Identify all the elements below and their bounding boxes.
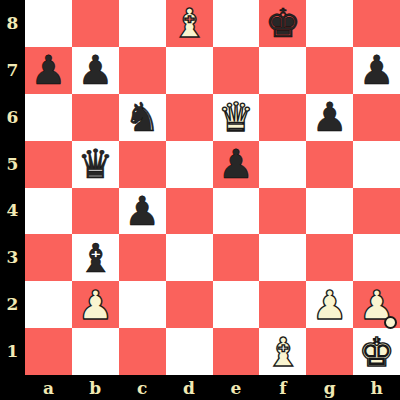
square-b6[interactable] bbox=[72, 94, 119, 141]
rank-label-4: 4 bbox=[0, 188, 25, 235]
square-g6[interactable]: ♟ bbox=[306, 94, 353, 141]
file-label-f: f bbox=[259, 375, 306, 400]
square-e4[interactable] bbox=[213, 188, 260, 235]
piece-black-pawn-g6[interactable]: ♟ bbox=[306, 94, 353, 141]
square-e8[interactable] bbox=[213, 0, 260, 47]
square-g8[interactable] bbox=[306, 0, 353, 47]
square-a6[interactable] bbox=[25, 94, 72, 141]
chess-diagram: 87654321 ♝♚♟♟♟♞♛♟♛♟♟♝♟♟♟♝♚ abcdefgh bbox=[0, 0, 400, 400]
file-label-a: a bbox=[25, 375, 72, 400]
piece-black-pawn-c4[interactable]: ♟ bbox=[119, 188, 166, 235]
piece-black-knight-c6[interactable]: ♞ bbox=[119, 94, 166, 141]
square-f3[interactable] bbox=[259, 234, 306, 281]
square-h3[interactable] bbox=[353, 234, 400, 281]
piece-black-king-f8[interactable]: ♚ bbox=[259, 0, 306, 47]
piece-black-pawn-b7[interactable]: ♟ bbox=[72, 47, 119, 94]
square-h7[interactable]: ♟ bbox=[353, 47, 400, 94]
square-a8[interactable] bbox=[25, 0, 72, 47]
square-e2[interactable] bbox=[213, 281, 260, 328]
square-e6[interactable]: ♛ bbox=[213, 94, 260, 141]
square-b7[interactable]: ♟ bbox=[72, 47, 119, 94]
rank-labels: 87654321 bbox=[0, 0, 25, 375]
square-g5[interactable] bbox=[306, 141, 353, 188]
square-b8[interactable] bbox=[72, 0, 119, 47]
piece-white-queen-e6[interactable]: ♛ bbox=[213, 94, 260, 141]
rank-label-3: 3 bbox=[0, 234, 25, 281]
square-h4[interactable] bbox=[353, 188, 400, 235]
square-g4[interactable] bbox=[306, 188, 353, 235]
square-d7[interactable] bbox=[166, 47, 213, 94]
square-e5[interactable]: ♟ bbox=[213, 141, 260, 188]
square-f7[interactable] bbox=[259, 47, 306, 94]
file-label-h: h bbox=[353, 375, 400, 400]
square-g2[interactable]: ♟ bbox=[306, 281, 353, 328]
square-h8[interactable] bbox=[353, 0, 400, 47]
square-h5[interactable] bbox=[353, 141, 400, 188]
square-f4[interactable] bbox=[259, 188, 306, 235]
square-f2[interactable] bbox=[259, 281, 306, 328]
piece-white-pawn-b2[interactable]: ♟ bbox=[72, 281, 119, 328]
square-b2[interactable]: ♟ bbox=[72, 281, 119, 328]
piece-black-bishop-b3[interactable]: ♝ bbox=[72, 234, 119, 281]
piece-white-king-h1[interactable]: ♚ bbox=[353, 328, 400, 375]
square-b5[interactable]: ♛ bbox=[72, 141, 119, 188]
square-d6[interactable] bbox=[166, 94, 213, 141]
square-e3[interactable] bbox=[213, 234, 260, 281]
square-c6[interactable]: ♞ bbox=[119, 94, 166, 141]
square-a3[interactable] bbox=[25, 234, 72, 281]
rank-label-6: 6 bbox=[0, 94, 25, 141]
file-label-c: c bbox=[119, 375, 166, 400]
rank-label-8: 8 bbox=[0, 0, 25, 47]
square-a7[interactable]: ♟ bbox=[25, 47, 72, 94]
square-d1[interactable] bbox=[166, 328, 213, 375]
square-d5[interactable] bbox=[166, 141, 213, 188]
file-label-e: e bbox=[213, 375, 260, 400]
square-f8[interactable]: ♚ bbox=[259, 0, 306, 47]
rank-label-7: 7 bbox=[0, 47, 25, 94]
square-g7[interactable] bbox=[306, 47, 353, 94]
square-c2[interactable] bbox=[119, 281, 166, 328]
square-f5[interactable] bbox=[259, 141, 306, 188]
rank-label-1: 1 bbox=[0, 328, 25, 375]
square-e1[interactable] bbox=[213, 328, 260, 375]
piece-white-pawn-g2[interactable]: ♟ bbox=[306, 281, 353, 328]
square-b4[interactable] bbox=[72, 188, 119, 235]
square-c7[interactable] bbox=[119, 47, 166, 94]
square-c8[interactable] bbox=[119, 0, 166, 47]
square-f6[interactable] bbox=[259, 94, 306, 141]
square-a5[interactable] bbox=[25, 141, 72, 188]
white-to-move-indicator bbox=[384, 316, 397, 329]
square-d2[interactable] bbox=[166, 281, 213, 328]
square-d3[interactable] bbox=[166, 234, 213, 281]
square-f1[interactable]: ♝ bbox=[259, 328, 306, 375]
file-label-g: g bbox=[306, 375, 353, 400]
square-a4[interactable] bbox=[25, 188, 72, 235]
square-h1[interactable]: ♚ bbox=[353, 328, 400, 375]
square-b3[interactable]: ♝ bbox=[72, 234, 119, 281]
square-e7[interactable] bbox=[213, 47, 260, 94]
piece-white-bishop-f1[interactable]: ♝ bbox=[259, 328, 306, 375]
square-c5[interactable] bbox=[119, 141, 166, 188]
square-a2[interactable] bbox=[25, 281, 72, 328]
piece-black-pawn-e5[interactable]: ♟ bbox=[213, 141, 260, 188]
square-d8[interactable]: ♝ bbox=[166, 0, 213, 47]
square-c4[interactable]: ♟ bbox=[119, 188, 166, 235]
file-label-d: d bbox=[166, 375, 213, 400]
square-g1[interactable] bbox=[306, 328, 353, 375]
file-labels: abcdefgh bbox=[25, 375, 400, 400]
rank-label-5: 5 bbox=[0, 141, 25, 188]
square-c1[interactable] bbox=[119, 328, 166, 375]
square-h6[interactable] bbox=[353, 94, 400, 141]
piece-white-bishop-d8[interactable]: ♝ bbox=[166, 0, 213, 47]
square-a1[interactable] bbox=[25, 328, 72, 375]
chess-board[interactable]: ♝♚♟♟♟♞♛♟♛♟♟♝♟♟♟♝♚ bbox=[25, 0, 400, 375]
rank-label-2: 2 bbox=[0, 281, 25, 328]
square-b1[interactable] bbox=[72, 328, 119, 375]
square-c3[interactable] bbox=[119, 234, 166, 281]
square-d4[interactable] bbox=[166, 188, 213, 235]
piece-black-queen-b5[interactable]: ♛ bbox=[72, 141, 119, 188]
piece-black-pawn-h7[interactable]: ♟ bbox=[353, 47, 400, 94]
piece-black-pawn-a7[interactable]: ♟ bbox=[25, 47, 72, 94]
square-g3[interactable] bbox=[306, 234, 353, 281]
file-label-b: b bbox=[72, 375, 119, 400]
